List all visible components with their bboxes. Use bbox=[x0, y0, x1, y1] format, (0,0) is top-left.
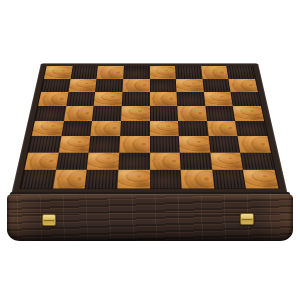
board-square bbox=[122, 79, 149, 92]
board-square bbox=[91, 121, 121, 137]
board-square bbox=[227, 66, 255, 78]
board-square bbox=[123, 66, 149, 78]
board-square bbox=[205, 106, 235, 121]
board-square bbox=[38, 92, 68, 106]
board-square bbox=[229, 79, 258, 92]
board-square bbox=[231, 92, 261, 106]
board-square bbox=[212, 170, 246, 189]
board-square bbox=[89, 136, 120, 152]
board-square bbox=[241, 152, 275, 169]
board-square bbox=[175, 66, 202, 78]
board-square bbox=[121, 106, 150, 121]
board-square bbox=[202, 79, 231, 92]
board-square bbox=[181, 170, 214, 189]
board-square bbox=[150, 106, 179, 121]
board-square bbox=[150, 170, 182, 189]
board-square bbox=[150, 152, 181, 169]
board-square bbox=[179, 136, 210, 152]
board-square bbox=[204, 92, 233, 106]
board-square bbox=[24, 152, 58, 169]
board-square bbox=[44, 66, 72, 78]
board-square bbox=[150, 66, 176, 78]
board-square bbox=[150, 92, 178, 106]
board-square bbox=[176, 79, 204, 92]
board-square bbox=[95, 79, 123, 92]
board-square bbox=[85, 170, 118, 189]
board-square bbox=[208, 136, 240, 152]
board-square bbox=[28, 136, 61, 152]
board-square bbox=[66, 92, 95, 106]
board-frame bbox=[11, 63, 287, 193]
board-square bbox=[177, 92, 206, 106]
board-square bbox=[235, 121, 267, 137]
board-square bbox=[150, 121, 179, 137]
board-square bbox=[87, 152, 119, 169]
board-square bbox=[150, 136, 180, 152]
board-square bbox=[201, 66, 229, 78]
board-square bbox=[61, 121, 92, 137]
chess-board-top bbox=[11, 63, 287, 193]
board-square bbox=[56, 152, 89, 169]
board-square bbox=[32, 121, 64, 137]
board-square bbox=[68, 79, 97, 92]
board-square bbox=[243, 170, 278, 189]
board-square bbox=[233, 106, 264, 121]
board-square bbox=[118, 152, 149, 169]
board-square bbox=[120, 121, 149, 137]
board-square bbox=[94, 92, 123, 106]
board-squares-grid bbox=[20, 66, 278, 188]
product-photo-scene bbox=[0, 0, 300, 300]
board-square bbox=[117, 170, 149, 189]
board-square bbox=[122, 92, 150, 106]
board-square bbox=[119, 136, 149, 152]
board-square bbox=[178, 121, 208, 137]
board-square bbox=[238, 136, 271, 152]
board-square bbox=[53, 170, 87, 189]
brass-latch-right bbox=[240, 213, 254, 225]
board-square bbox=[210, 152, 243, 169]
board-square bbox=[35, 106, 66, 121]
board-square bbox=[207, 121, 238, 137]
board-square bbox=[20, 170, 55, 189]
board-square bbox=[64, 106, 94, 121]
board-square bbox=[97, 66, 124, 78]
board-square bbox=[41, 79, 70, 92]
board-square bbox=[70, 66, 98, 78]
board-square bbox=[92, 106, 121, 121]
board-square bbox=[58, 136, 90, 152]
brass-latch-left bbox=[42, 214, 56, 226]
board-square bbox=[180, 152, 212, 169]
board-square bbox=[150, 79, 177, 92]
board-square bbox=[177, 106, 206, 121]
